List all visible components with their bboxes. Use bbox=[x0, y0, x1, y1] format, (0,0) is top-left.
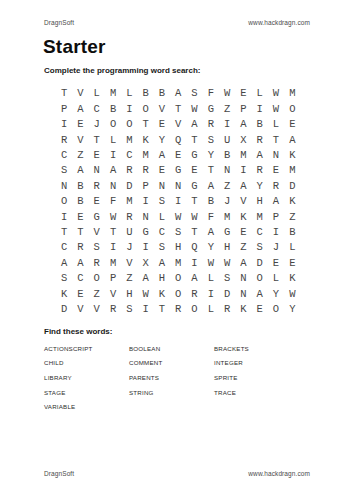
grid-cell-r14c6: W bbox=[137, 286, 153, 301]
grid-cell-r7c10: A bbox=[203, 178, 219, 193]
word-item-library: LIBRARY bbox=[44, 370, 129, 385]
grid-cell-r2c6: O bbox=[137, 101, 153, 116]
grid-cell-r1c5: L bbox=[121, 86, 137, 101]
grid-cell-r12c3: R bbox=[89, 255, 105, 270]
grid-cell-r3c13: B bbox=[252, 117, 268, 132]
grid-cell-r2c8: T bbox=[170, 101, 186, 116]
grid-cell-r12c15: E bbox=[284, 255, 300, 270]
grid-cell-r1c6: B bbox=[137, 86, 153, 101]
grid-cell-r3c2: E bbox=[72, 117, 88, 132]
grid-cell-r9c5: R bbox=[121, 209, 137, 224]
grid-cell-r5c3: E bbox=[89, 148, 105, 163]
grid-cell-r4c11: U bbox=[219, 132, 235, 147]
grid-cell-r14c9: R bbox=[186, 286, 202, 301]
grid-cell-r4c13: R bbox=[252, 132, 268, 147]
word-item-boolean: BOOLEAN bbox=[129, 341, 214, 356]
grid-cell-r11c6: I bbox=[137, 240, 153, 255]
grid-cell-r6c15: M bbox=[284, 163, 300, 178]
grid-cell-r1c12: E bbox=[235, 86, 251, 101]
word-item-brackets: BRACKETS bbox=[214, 341, 299, 356]
grid-cell-r15c4: R bbox=[105, 301, 121, 316]
grid-cell-r14c5: H bbox=[121, 286, 137, 301]
grid-cell-r14c1: K bbox=[56, 286, 72, 301]
puzzle-instructions: Complete the programming word search: bbox=[44, 66, 200, 75]
grid-cell-r8c12: V bbox=[235, 194, 251, 209]
grid-cell-r6c9: E bbox=[186, 163, 202, 178]
grid-cell-r8c7: S bbox=[154, 194, 170, 209]
find-words-heading: Find these words: bbox=[44, 327, 112, 336]
grid-cell-r15c5: S bbox=[121, 301, 137, 316]
grid-cell-r6c3: N bbox=[89, 163, 105, 178]
grid-cell-r4c3: T bbox=[89, 132, 105, 147]
grid-cell-r3c5: O bbox=[121, 117, 137, 132]
grid-cell-r12c10: W bbox=[203, 255, 219, 270]
grid-cell-r6c8: G bbox=[170, 163, 186, 178]
grid-cell-r8c4: F bbox=[105, 194, 121, 209]
grid-cell-r8c1: O bbox=[56, 194, 72, 209]
grid-cell-r8c6: I bbox=[137, 194, 153, 209]
grid-cell-r7c13: Y bbox=[252, 178, 268, 193]
grid-cell-r6c11: N bbox=[219, 163, 235, 178]
grid-cell-r2c13: I bbox=[252, 101, 268, 116]
grid-cell-r1c3: L bbox=[89, 86, 105, 101]
grid-cell-r10c6: G bbox=[137, 225, 153, 240]
grid-cell-r10c2: T bbox=[72, 225, 88, 240]
page-header: DragnSoft www.hackdragn.com bbox=[44, 19, 310, 26]
grid-cell-r3c8: V bbox=[170, 117, 186, 132]
grid-cell-r11c11: H bbox=[219, 240, 235, 255]
grid-cell-r7c5: D bbox=[121, 178, 137, 193]
grid-cell-r5c15: K bbox=[284, 148, 300, 163]
worksheet-page: DragnSoft www.hackdragn.com Starter Comp… bbox=[0, 0, 354, 500]
grid-cell-r15c13: E bbox=[252, 301, 268, 316]
grid-cell-r4c10: S bbox=[203, 132, 219, 147]
footer-website: www.hackdragn.com bbox=[248, 470, 310, 477]
grid-cell-r9c12: K bbox=[235, 209, 251, 224]
grid-cell-r13c7: H bbox=[154, 271, 170, 286]
grid-cell-r3c10: R bbox=[203, 117, 219, 132]
grid-cell-r3c4: O bbox=[105, 117, 121, 132]
grid-cell-r10c1: T bbox=[56, 225, 72, 240]
word-item-comment: COMMENT bbox=[129, 356, 214, 371]
word-item-parents: PARENTS bbox=[129, 370, 214, 385]
grid-cell-r6c14: E bbox=[268, 163, 284, 178]
word-list: ACTIONSCRIPTBOOLEANBRACKETSCHILDCOMMENTI… bbox=[44, 341, 299, 414]
grid-cell-r14c3: Z bbox=[89, 286, 105, 301]
grid-cell-r2c9: W bbox=[186, 101, 202, 116]
grid-cell-r12c7: A bbox=[154, 255, 170, 270]
grid-cell-r7c8: N bbox=[170, 178, 186, 193]
grid-cell-r2c12: P bbox=[235, 101, 251, 116]
grid-cell-r11c2: R bbox=[72, 240, 88, 255]
grid-cell-r2c14: W bbox=[268, 101, 284, 116]
grid-cell-r13c4: P bbox=[105, 271, 121, 286]
grid-cell-r9c13: M bbox=[252, 209, 268, 224]
grid-cell-r4c15: A bbox=[284, 132, 300, 147]
grid-cell-r4c8: Q bbox=[170, 132, 186, 147]
grid-cell-r13c3: O bbox=[89, 271, 105, 286]
grid-cell-r12c13: D bbox=[252, 255, 268, 270]
grid-cell-r11c14: J bbox=[268, 240, 284, 255]
grid-cell-r10c4: T bbox=[105, 225, 121, 240]
grid-cell-r12c2: A bbox=[72, 255, 88, 270]
grid-cell-r10c13: C bbox=[252, 225, 268, 240]
grid-cell-r8c9: T bbox=[186, 194, 202, 209]
grid-cell-r7c14: R bbox=[268, 178, 284, 193]
grid-cell-r15c8: R bbox=[170, 301, 186, 316]
grid-cell-r12c4: M bbox=[105, 255, 121, 270]
grid-cell-r3c3: J bbox=[89, 117, 105, 132]
grid-cell-r6c7: E bbox=[154, 163, 170, 178]
grid-cell-r5c5: C bbox=[121, 148, 137, 163]
grid-cell-r14c12: N bbox=[235, 286, 251, 301]
grid-cell-r15c3: V bbox=[89, 301, 105, 316]
grid-cell-r8c13: H bbox=[252, 194, 268, 209]
grid-cell-r4c4: L bbox=[105, 132, 121, 147]
grid-cell-r9c10: F bbox=[203, 209, 219, 224]
grid-cell-r14c15: W bbox=[284, 286, 300, 301]
grid-cell-r15c7: T bbox=[154, 301, 170, 316]
grid-cell-r9c3: G bbox=[89, 209, 105, 224]
grid-cell-r2c7: V bbox=[154, 101, 170, 116]
grid-cell-r13c9: A bbox=[186, 271, 202, 286]
grid-cell-r15c12: K bbox=[235, 301, 251, 316]
grid-cell-r11c4: I bbox=[105, 240, 121, 255]
header-website: www.hackdragn.com bbox=[248, 19, 310, 26]
grid-cell-r12c6: X bbox=[137, 255, 153, 270]
grid-cell-r9c8: W bbox=[170, 209, 186, 224]
grid-cell-r7c2: B bbox=[72, 178, 88, 193]
grid-cell-r3c9: A bbox=[186, 117, 202, 132]
grid-cell-r4c5: M bbox=[121, 132, 137, 147]
grid-cell-r15c2: V bbox=[72, 301, 88, 316]
grid-cell-r11c15: L bbox=[284, 240, 300, 255]
grid-cell-r8c14: A bbox=[268, 194, 284, 209]
grid-cell-r4c6: K bbox=[137, 132, 153, 147]
grid-cell-r1c1: T bbox=[56, 86, 72, 101]
grid-cell-r3c6: T bbox=[137, 117, 153, 132]
grid-cell-r11c13: S bbox=[252, 240, 268, 255]
grid-cell-r1c13: L bbox=[252, 86, 268, 101]
grid-cell-r9c2: E bbox=[72, 209, 88, 224]
grid-cell-r8c5: M bbox=[121, 194, 137, 209]
grid-cell-r1c4: M bbox=[105, 86, 121, 101]
grid-cell-r7c1: N bbox=[56, 178, 72, 193]
grid-cell-r8c11: J bbox=[219, 194, 235, 209]
grid-cell-r4c1: R bbox=[56, 132, 72, 147]
grid-cell-r13c11: S bbox=[219, 271, 235, 286]
word-item-string: STRING bbox=[129, 385, 214, 400]
grid-cell-r14c2: E bbox=[72, 286, 88, 301]
grid-cell-r5c11: B bbox=[219, 148, 235, 163]
grid-cell-r10c7: C bbox=[154, 225, 170, 240]
grid-cell-r7c9: G bbox=[186, 178, 202, 193]
grid-cell-r14c13: A bbox=[252, 286, 268, 301]
grid-cell-r15c6: I bbox=[137, 301, 153, 316]
grid-cell-r9c14: P bbox=[268, 209, 284, 224]
grid-cell-r14c4: V bbox=[105, 286, 121, 301]
grid-cell-r13c14: L bbox=[268, 271, 284, 286]
grid-cell-r13c6: A bbox=[137, 271, 153, 286]
grid-cell-r14c7: K bbox=[154, 286, 170, 301]
grid-cell-r5c2: Z bbox=[72, 148, 88, 163]
grid-cell-r6c1: S bbox=[56, 163, 72, 178]
grid-cell-r1c10: F bbox=[203, 86, 219, 101]
grid-cell-r13c15: K bbox=[284, 271, 300, 286]
grid-cell-r9c7: L bbox=[154, 209, 170, 224]
grid-cell-r8c3: E bbox=[89, 194, 105, 209]
grid-cell-r5c12: M bbox=[235, 148, 251, 163]
grid-cell-r10c5: U bbox=[121, 225, 137, 240]
grid-cell-r11c8: H bbox=[170, 240, 186, 255]
page-title: Starter bbox=[43, 36, 106, 58]
grid-cell-r8c2: B bbox=[72, 194, 88, 209]
grid-cell-r10c3: V bbox=[89, 225, 105, 240]
grid-cell-r9c11: M bbox=[219, 209, 235, 224]
grid-cell-r2c1: P bbox=[56, 101, 72, 116]
grid-cell-r4c14: T bbox=[268, 132, 284, 147]
grid-cell-r2c4: B bbox=[105, 101, 121, 116]
grid-cell-r3c14: L bbox=[268, 117, 284, 132]
grid-cell-r2c5: I bbox=[121, 101, 137, 116]
grid-cell-r1c8: A bbox=[170, 86, 186, 101]
grid-cell-r10c9: T bbox=[186, 225, 202, 240]
grid-cell-r10c15: B bbox=[284, 225, 300, 240]
grid-cell-r6c5: R bbox=[121, 163, 137, 178]
grid-cell-r13c12: N bbox=[235, 271, 251, 286]
grid-cell-r5c8: E bbox=[170, 148, 186, 163]
grid-cell-r9c9: W bbox=[186, 209, 202, 224]
grid-cell-r8c8: I bbox=[170, 194, 186, 209]
grid-cell-r3c12: A bbox=[235, 117, 251, 132]
grid-cell-r2c2: A bbox=[72, 101, 88, 116]
grid-cell-r3c1: I bbox=[56, 117, 72, 132]
grid-cell-r1c7: B bbox=[154, 86, 170, 101]
grid-cell-r6c13: R bbox=[252, 163, 268, 178]
grid-cell-r5c6: M bbox=[137, 148, 153, 163]
grid-cell-r5c14: N bbox=[268, 148, 284, 163]
grid-cell-r10c10: A bbox=[203, 225, 219, 240]
grid-cell-r5c1: C bbox=[56, 148, 72, 163]
grid-cell-r6c4: A bbox=[105, 163, 121, 178]
grid-cell-r11c5: J bbox=[121, 240, 137, 255]
grid-cell-r12c9: I bbox=[186, 255, 202, 270]
grid-cell-r14c11: D bbox=[219, 286, 235, 301]
grid-cell-r10c12: E bbox=[235, 225, 251, 240]
grid-cell-r7c6: P bbox=[137, 178, 153, 193]
grid-cell-r8c10: B bbox=[203, 194, 219, 209]
grid-cell-r15c10: L bbox=[203, 301, 219, 316]
word-item-trace: TRACE bbox=[214, 385, 299, 400]
grid-cell-r4c7: Y bbox=[154, 132, 170, 147]
grid-cell-r2c3: C bbox=[89, 101, 105, 116]
grid-cell-r12c11: W bbox=[219, 255, 235, 270]
grid-cell-r10c8: S bbox=[170, 225, 186, 240]
grid-cell-r15c14: O bbox=[268, 301, 284, 316]
grid-cell-r1c2: V bbox=[72, 86, 88, 101]
grid-cell-r11c1: C bbox=[56, 240, 72, 255]
word-item-stage: STAGE bbox=[44, 385, 129, 400]
grid-cell-r15c15: Y bbox=[284, 301, 300, 316]
grid-cell-r5c10: Y bbox=[203, 148, 219, 163]
grid-cell-r6c2: A bbox=[72, 163, 88, 178]
grid-cell-r4c2: V bbox=[72, 132, 88, 147]
grid-cell-r7c4: N bbox=[105, 178, 121, 193]
grid-cell-r6c6: R bbox=[137, 163, 153, 178]
grid-cell-r6c10: T bbox=[203, 163, 219, 178]
grid-cell-r2c10: G bbox=[203, 101, 219, 116]
grid-cell-r9c4: W bbox=[105, 209, 121, 224]
grid-cell-r13c2: C bbox=[72, 271, 88, 286]
grid-cell-r13c10: L bbox=[203, 271, 219, 286]
grid-cell-r13c8: O bbox=[170, 271, 186, 286]
word-item-variable: VARIABLE bbox=[44, 399, 129, 414]
grid-cell-r12c8: M bbox=[170, 255, 186, 270]
grid-cell-r5c9: G bbox=[186, 148, 202, 163]
grid-cell-r11c12: Z bbox=[235, 240, 251, 255]
grid-cell-r12c1: A bbox=[56, 255, 72, 270]
grid-cell-r10c14: I bbox=[268, 225, 284, 240]
word-item-child: CHILD bbox=[44, 356, 129, 371]
grid-cell-r12c12: A bbox=[235, 255, 251, 270]
grid-cell-r3c11: I bbox=[219, 117, 235, 132]
grid-cell-r14c14: Y bbox=[268, 286, 284, 301]
grid-cell-r5c13: A bbox=[252, 148, 268, 163]
grid-cell-r11c7: S bbox=[154, 240, 170, 255]
grid-cell-r14c10: I bbox=[203, 286, 219, 301]
grid-cell-r13c1: S bbox=[56, 271, 72, 286]
grid-cell-r15c11: R bbox=[219, 301, 235, 316]
grid-cell-r12c5: V bbox=[121, 255, 137, 270]
grid-cell-r14c8: O bbox=[170, 286, 186, 301]
grid-cell-r5c7: A bbox=[154, 148, 170, 163]
footer-brand: DragnSoft bbox=[44, 470, 74, 477]
grid-cell-r8c15: K bbox=[284, 194, 300, 209]
grid-cell-r1c14: W bbox=[268, 86, 284, 101]
grid-cell-r4c9: T bbox=[186, 132, 202, 147]
grid-cell-r12c14: E bbox=[268, 255, 284, 270]
grid-cell-r15c1: D bbox=[56, 301, 72, 316]
grid-cell-r11c3: S bbox=[89, 240, 105, 255]
grid-cell-r13c13: O bbox=[252, 271, 268, 286]
grid-cell-r7c3: R bbox=[89, 178, 105, 193]
header-brand: DragnSoft bbox=[44, 19, 74, 26]
page-footer: DragnSoft www.hackdragn.com bbox=[44, 470, 310, 477]
word-item-sprite: SPRITE bbox=[214, 370, 299, 385]
grid-cell-r7c11: Z bbox=[219, 178, 235, 193]
grid-cell-r1c9: S bbox=[186, 86, 202, 101]
grid-cell-r6c12: I bbox=[235, 163, 251, 178]
grid-cell-r3c15: E bbox=[284, 117, 300, 132]
grid-cell-r2c15: O bbox=[284, 101, 300, 116]
grid-cell-r15c9: O bbox=[186, 301, 202, 316]
word-item-actionscript: ACTIONSCRIPT bbox=[44, 341, 129, 356]
grid-cell-r13c5: Z bbox=[121, 271, 137, 286]
grid-cell-r2c11: Z bbox=[219, 101, 235, 116]
grid-cell-r7c7: N bbox=[154, 178, 170, 193]
word-item-integer: INTEGER bbox=[214, 356, 299, 371]
grid-cell-r9c15: Z bbox=[284, 209, 300, 224]
grid-cell-r10c11: G bbox=[219, 225, 235, 240]
grid-cell-r11c10: Y bbox=[203, 240, 219, 255]
grid-cell-r4c12: X bbox=[235, 132, 251, 147]
grid-cell-r7c15: D bbox=[284, 178, 300, 193]
grid-cell-r3c7: E bbox=[154, 117, 170, 132]
grid-cell-r7c12: A bbox=[235, 178, 251, 193]
grid-cell-r1c15: M bbox=[284, 86, 300, 101]
word-search-grid: TVLMLBBASFWELWMPACBIOVTWGZPIWOIEJOOTEVAR… bbox=[56, 86, 300, 317]
grid-cell-r1c11: W bbox=[219, 86, 235, 101]
grid-cell-r9c6: N bbox=[137, 209, 153, 224]
grid-cell-r11c9: Q bbox=[186, 240, 202, 255]
grid-cell-r5c4: I bbox=[105, 148, 121, 163]
grid-cell-r9c1: I bbox=[56, 209, 72, 224]
